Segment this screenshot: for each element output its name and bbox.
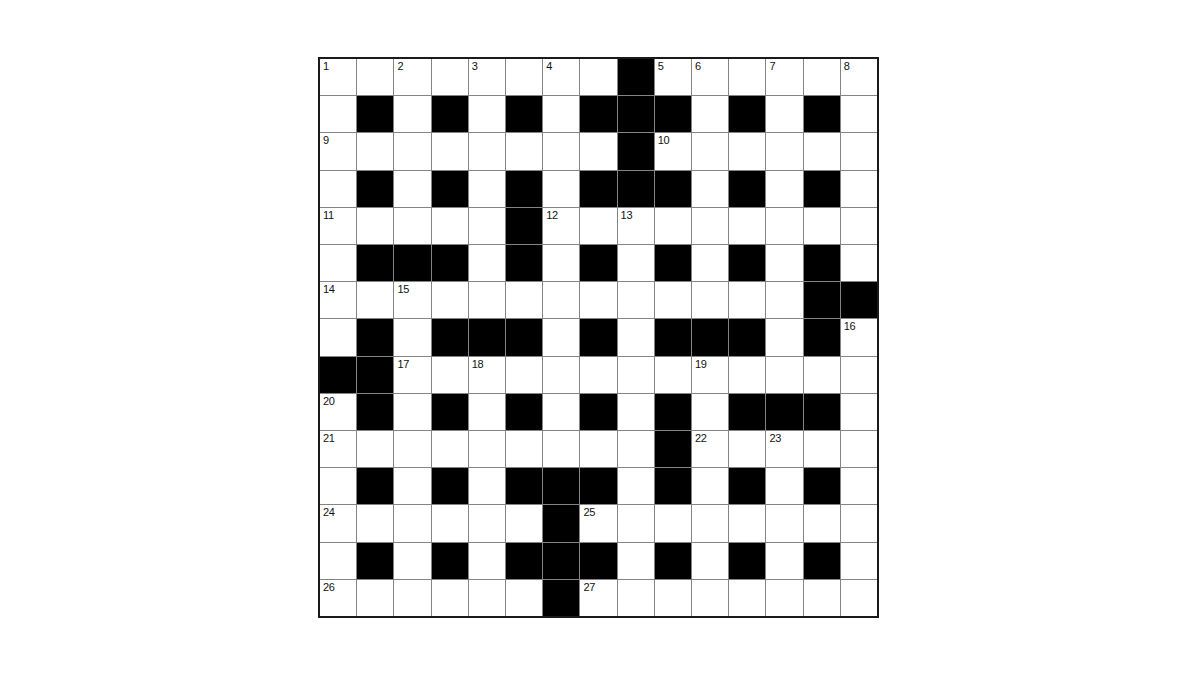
cell-r12c13[interactable] <box>766 468 802 504</box>
cell-r2c3[interactable] <box>394 96 430 132</box>
cell-r2c7[interactable] <box>543 96 579 132</box>
cell-r5c8[interactable] <box>580 208 616 244</box>
cell-r15c15[interactable] <box>841 580 877 616</box>
block-cell-r12c2 <box>357 468 393 504</box>
block-cell-r4c14 <box>804 171 840 207</box>
cell-r8c1[interactable] <box>320 319 356 355</box>
cell-r12c1[interactable] <box>320 468 356 504</box>
cell-r3c1[interactable]: 9 <box>320 133 356 169</box>
block-cell-r10c10 <box>655 394 691 430</box>
cell-r14c15[interactable] <box>841 543 877 579</box>
cell-r3c7[interactable] <box>543 133 579 169</box>
clue-number-19: 19 <box>695 358 707 371</box>
cell-r13c1[interactable]: 24 <box>320 505 356 541</box>
block-cell-r14c6 <box>506 543 542 579</box>
cell-r5c2[interactable] <box>357 208 393 244</box>
block-cell-r4c6 <box>506 171 542 207</box>
cell-r11c3[interactable] <box>394 431 430 467</box>
cell-r10c5[interactable] <box>469 394 505 430</box>
block-cell-r4c8 <box>580 171 616 207</box>
cell-r2c5[interactable] <box>469 96 505 132</box>
block-cell-r9c2 <box>357 357 393 393</box>
cell-r11c13[interactable]: 23 <box>766 431 802 467</box>
block-cell-r14c7 <box>543 543 579 579</box>
cell-r11c6[interactable] <box>506 431 542 467</box>
cell-r14c5[interactable] <box>469 543 505 579</box>
cell-r7c9[interactable] <box>618 282 654 318</box>
cell-r4c7[interactable] <box>543 171 579 207</box>
cell-r13c6[interactable] <box>506 505 542 541</box>
cell-r15c11[interactable] <box>692 580 728 616</box>
cell-r11c7[interactable] <box>543 431 579 467</box>
block-cell-r10c14 <box>804 394 840 430</box>
block-cell-r6c12 <box>729 245 765 281</box>
block-cell-r10c4 <box>432 394 468 430</box>
block-cell-r6c6 <box>506 245 542 281</box>
cell-r14c9[interactable] <box>618 543 654 579</box>
block-cell-r6c4 <box>432 245 468 281</box>
cell-r9c9[interactable] <box>618 357 654 393</box>
cell-r15c6[interactable] <box>506 580 542 616</box>
block-cell-r8c4 <box>432 319 468 355</box>
cell-r11c15[interactable] <box>841 431 877 467</box>
cell-r13c2[interactable] <box>357 505 393 541</box>
cell-r13c15[interactable] <box>841 505 877 541</box>
cell-r15c2[interactable] <box>357 580 393 616</box>
cell-r11c1[interactable]: 21 <box>320 431 356 467</box>
cell-r9c12[interactable] <box>729 357 765 393</box>
cell-r7c13[interactable] <box>766 282 802 318</box>
cell-r1c15[interactable]: 8 <box>841 59 877 95</box>
cell-r2c13[interactable] <box>766 96 802 132</box>
cell-r6c5[interactable] <box>469 245 505 281</box>
block-cell-r12c6 <box>506 468 542 504</box>
cell-r12c9[interactable] <box>618 468 654 504</box>
cell-r6c15[interactable] <box>841 245 877 281</box>
cell-r15c9[interactable] <box>618 580 654 616</box>
cell-r5c14[interactable] <box>804 208 840 244</box>
block-cell-r2c10 <box>655 96 691 132</box>
cell-r4c5[interactable] <box>469 171 505 207</box>
cell-r13c9[interactable] <box>618 505 654 541</box>
block-cell-r10c8 <box>580 394 616 430</box>
clue-number-25: 25 <box>583 506 595 519</box>
cell-r4c15[interactable] <box>841 171 877 207</box>
page-background: 1234567891011121314151617181920212223242… <box>0 0 1200 675</box>
cell-r7c12[interactable] <box>729 282 765 318</box>
clue-number-24: 24 <box>323 506 335 519</box>
cell-r9c15[interactable] <box>841 357 877 393</box>
cell-r15c1[interactable]: 26 <box>320 580 356 616</box>
cell-r9c8[interactable] <box>580 357 616 393</box>
block-cell-r8c5 <box>469 319 505 355</box>
clue-number-15: 15 <box>397 283 409 296</box>
cell-r13c10[interactable] <box>655 505 691 541</box>
cell-r6c13[interactable] <box>766 245 802 281</box>
clue-number-17: 17 <box>397 358 409 371</box>
cell-r6c11[interactable] <box>692 245 728 281</box>
clue-number-2: 2 <box>397 60 403 73</box>
cell-r10c7[interactable] <box>543 394 579 430</box>
cell-r5c1[interactable]: 11 <box>320 208 356 244</box>
cell-r1c7[interactable]: 4 <box>543 59 579 95</box>
clue-number-6: 6 <box>695 60 701 73</box>
cell-r8c13[interactable] <box>766 319 802 355</box>
cell-r1c11[interactable]: 6 <box>692 59 728 95</box>
block-cell-r2c6 <box>506 96 542 132</box>
cell-r15c4[interactable] <box>432 580 468 616</box>
cell-r15c12[interactable] <box>729 580 765 616</box>
cell-r7c10[interactable] <box>655 282 691 318</box>
cell-r1c5[interactable]: 3 <box>469 59 505 95</box>
cell-r3c14[interactable] <box>804 133 840 169</box>
cell-r12c15[interactable] <box>841 468 877 504</box>
cell-r13c3[interactable] <box>394 505 430 541</box>
block-cell-r8c12 <box>729 319 765 355</box>
block-cell-r2c8 <box>580 96 616 132</box>
block-cell-r6c8 <box>580 245 616 281</box>
cell-r4c1[interactable] <box>320 171 356 207</box>
cell-r8c7[interactable] <box>543 319 579 355</box>
cell-r5c13[interactable] <box>766 208 802 244</box>
block-cell-r10c2 <box>357 394 393 430</box>
cell-r13c11[interactable] <box>692 505 728 541</box>
cell-r3c5[interactable] <box>469 133 505 169</box>
block-cell-r14c4 <box>432 543 468 579</box>
cell-r3c13[interactable] <box>766 133 802 169</box>
cell-r3c12[interactable] <box>729 133 765 169</box>
clue-number-12: 12 <box>546 209 558 222</box>
block-cell-r12c14 <box>804 468 840 504</box>
cell-r9c3[interactable]: 17 <box>394 357 430 393</box>
clue-number-16: 16 <box>844 320 856 333</box>
block-cell-r6c2 <box>357 245 393 281</box>
cell-r1c3[interactable]: 2 <box>394 59 430 95</box>
clue-number-8: 8 <box>844 60 850 73</box>
cell-r7c11[interactable] <box>692 282 728 318</box>
cell-r13c12[interactable] <box>729 505 765 541</box>
block-cell-r14c14 <box>804 543 840 579</box>
cell-r1c10[interactable]: 5 <box>655 59 691 95</box>
cell-r2c15[interactable] <box>841 96 877 132</box>
cell-r12c11[interactable] <box>692 468 728 504</box>
cell-r5c11[interactable] <box>692 208 728 244</box>
block-cell-r6c10 <box>655 245 691 281</box>
cell-r7c4[interactable] <box>432 282 468 318</box>
clue-number-21: 21 <box>323 432 335 445</box>
cell-r10c3[interactable] <box>394 394 430 430</box>
cell-r15c8[interactable]: 27 <box>580 580 616 616</box>
clue-number-9: 9 <box>323 134 329 147</box>
cell-r9c6[interactable] <box>506 357 542 393</box>
clue-number-7: 7 <box>769 60 775 73</box>
cell-r10c1[interactable]: 20 <box>320 394 356 430</box>
cell-r7c5[interactable] <box>469 282 505 318</box>
cell-r5c9[interactable]: 13 <box>618 208 654 244</box>
cell-r8c15[interactable]: 16 <box>841 319 877 355</box>
cell-r1c14[interactable] <box>804 59 840 95</box>
cell-r3c8[interactable] <box>580 133 616 169</box>
block-cell-r4c4 <box>432 171 468 207</box>
cell-r9c4[interactable] <box>432 357 468 393</box>
cell-r6c1[interactable] <box>320 245 356 281</box>
cell-r1c1[interactable]: 1 <box>320 59 356 95</box>
cell-r9c5[interactable]: 18 <box>469 357 505 393</box>
clue-number-11: 11 <box>323 209 334 222</box>
clue-number-23: 23 <box>769 432 781 445</box>
cell-r13c5[interactable] <box>469 505 505 541</box>
block-cell-r10c6 <box>506 394 542 430</box>
block-cell-r8c11 <box>692 319 728 355</box>
block-cell-r8c14 <box>804 319 840 355</box>
cell-r10c9[interactable] <box>618 394 654 430</box>
cell-r3c10[interactable]: 10 <box>655 133 691 169</box>
cell-r5c10[interactable] <box>655 208 691 244</box>
block-cell-r8c2 <box>357 319 393 355</box>
cell-r15c13[interactable] <box>766 580 802 616</box>
block-cell-r4c9 <box>618 171 654 207</box>
cell-r10c11[interactable] <box>692 394 728 430</box>
block-cell-r12c4 <box>432 468 468 504</box>
cell-r11c4[interactable] <box>432 431 468 467</box>
cell-r3c15[interactable] <box>841 133 877 169</box>
cell-r7c3[interactable]: 15 <box>394 282 430 318</box>
cell-r13c8[interactable]: 25 <box>580 505 616 541</box>
cell-r9c11[interactable]: 19 <box>692 357 728 393</box>
block-cell-r10c12 <box>729 394 765 430</box>
cell-r3c3[interactable] <box>394 133 430 169</box>
cell-r8c3[interactable] <box>394 319 430 355</box>
clue-number-14: 14 <box>323 283 335 296</box>
cell-r4c13[interactable] <box>766 171 802 207</box>
cell-r5c3[interactable] <box>394 208 430 244</box>
cell-r1c4[interactable] <box>432 59 468 95</box>
clue-number-27: 27 <box>583 581 595 594</box>
clue-number-1: 1 <box>323 60 329 73</box>
block-cell-r2c4 <box>432 96 468 132</box>
cell-r5c12[interactable] <box>729 208 765 244</box>
cell-r11c5[interactable] <box>469 431 505 467</box>
cell-r3c6[interactable] <box>506 133 542 169</box>
cell-r3c2[interactable] <box>357 133 393 169</box>
cell-r9c14[interactable] <box>804 357 840 393</box>
cell-r10c15[interactable] <box>841 394 877 430</box>
block-cell-r11c10 <box>655 431 691 467</box>
block-cell-r13c7 <box>543 505 579 541</box>
crossword-grid[interactable]: 1234567891011121314151617181920212223242… <box>318 57 879 618</box>
block-cell-r12c7 <box>543 468 579 504</box>
block-cell-r1c9 <box>618 59 654 95</box>
block-cell-r14c12 <box>729 543 765 579</box>
block-cell-r3c9 <box>618 133 654 169</box>
cell-r12c5[interactable] <box>469 468 505 504</box>
cell-r11c11[interactable]: 22 <box>692 431 728 467</box>
cell-r1c6[interactable] <box>506 59 542 95</box>
clue-number-5: 5 <box>658 60 664 73</box>
cell-r9c13[interactable] <box>766 357 802 393</box>
clue-number-10: 10 <box>658 134 670 147</box>
block-cell-r7c14 <box>804 282 840 318</box>
cell-r3c11[interactable] <box>692 133 728 169</box>
clue-number-18: 18 <box>472 358 484 371</box>
cell-r13c4[interactable] <box>432 505 468 541</box>
cell-r8c9[interactable] <box>618 319 654 355</box>
block-cell-r12c12 <box>729 468 765 504</box>
block-cell-r2c12 <box>729 96 765 132</box>
cell-r7c2[interactable] <box>357 282 393 318</box>
block-cell-r12c8 <box>580 468 616 504</box>
cell-r1c13[interactable]: 7 <box>766 59 802 95</box>
cell-r11c9[interactable] <box>618 431 654 467</box>
block-cell-r8c6 <box>506 319 542 355</box>
block-cell-r14c8 <box>580 543 616 579</box>
clue-number-13: 13 <box>621 209 633 222</box>
clue-number-3: 3 <box>472 60 478 73</box>
block-cell-r10c13 <box>766 394 802 430</box>
cell-r2c11[interactable] <box>692 96 728 132</box>
cell-r11c2[interactable] <box>357 431 393 467</box>
block-cell-r2c2 <box>357 96 393 132</box>
clue-number-20: 20 <box>323 395 335 408</box>
cell-r1c8[interactable] <box>580 59 616 95</box>
cell-r7c6[interactable] <box>506 282 542 318</box>
cell-r12c3[interactable] <box>394 468 430 504</box>
block-cell-r2c14 <box>804 96 840 132</box>
cell-r6c9[interactable] <box>618 245 654 281</box>
cell-r5c4[interactable] <box>432 208 468 244</box>
block-cell-r6c14 <box>804 245 840 281</box>
cell-r5c15[interactable] <box>841 208 877 244</box>
cell-r14c1[interactable] <box>320 543 356 579</box>
cell-r4c3[interactable] <box>394 171 430 207</box>
block-cell-r8c10 <box>655 319 691 355</box>
cell-r1c2[interactable] <box>357 59 393 95</box>
cell-r14c3[interactable] <box>394 543 430 579</box>
clue-number-26: 26 <box>323 581 335 594</box>
block-cell-r6c3 <box>394 245 430 281</box>
cell-r14c11[interactable] <box>692 543 728 579</box>
cell-r3c4[interactable] <box>432 133 468 169</box>
cell-r11c8[interactable] <box>580 431 616 467</box>
block-cell-r4c10 <box>655 171 691 207</box>
clue-number-22: 22 <box>695 432 707 445</box>
cell-r15c14[interactable] <box>804 580 840 616</box>
cell-r7c7[interactable] <box>543 282 579 318</box>
cell-r5c5[interactable] <box>469 208 505 244</box>
block-cell-r14c10 <box>655 543 691 579</box>
cell-r13c13[interactable] <box>766 505 802 541</box>
cell-r14c13[interactable] <box>766 543 802 579</box>
cell-r13c14[interactable] <box>804 505 840 541</box>
block-cell-r8c8 <box>580 319 616 355</box>
block-cell-r4c2 <box>357 171 393 207</box>
cell-r5c7[interactable]: 12 <box>543 208 579 244</box>
clue-number-4: 4 <box>546 60 552 73</box>
cell-r11c12[interactable] <box>729 431 765 467</box>
block-cell-r12c10 <box>655 468 691 504</box>
cell-r4c11[interactable] <box>692 171 728 207</box>
cell-r11c14[interactable] <box>804 431 840 467</box>
block-cell-r4c12 <box>729 171 765 207</box>
block-cell-r5c6 <box>506 208 542 244</box>
block-cell-r14c2 <box>357 543 393 579</box>
block-cell-r15c7 <box>543 580 579 616</box>
cell-r7c1[interactable]: 14 <box>320 282 356 318</box>
block-cell-r9c1 <box>320 357 356 393</box>
cell-r1c12[interactable] <box>729 59 765 95</box>
cell-r15c10[interactable] <box>655 580 691 616</box>
cell-r7c8[interactable] <box>580 282 616 318</box>
cell-r15c3[interactable] <box>394 580 430 616</box>
cell-r9c7[interactable] <box>543 357 579 393</box>
cell-r6c7[interactable] <box>543 245 579 281</box>
block-cell-r2c9 <box>618 96 654 132</box>
cell-r9c10[interactable] <box>655 357 691 393</box>
block-cell-r7c15 <box>841 282 877 318</box>
cell-r15c5[interactable] <box>469 580 505 616</box>
cell-r2c1[interactable] <box>320 96 356 132</box>
